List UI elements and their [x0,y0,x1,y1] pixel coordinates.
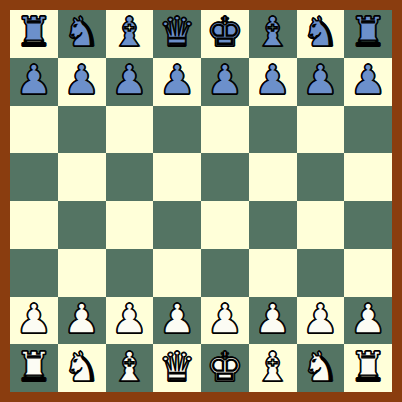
piece-white-rook[interactable]: ♜ [15,347,52,388]
square-b2[interactable]: ♟ [58,297,106,345]
square-a7[interactable]: ♟ [10,58,58,106]
square-b7[interactable]: ♟ [58,58,106,106]
square-e4[interactable] [201,201,249,249]
piece-white-knight[interactable]: ♞ [302,347,339,388]
square-c7[interactable]: ♟ [106,58,154,106]
piece-white-queen[interactable]: ♛ [159,347,196,388]
square-a1[interactable]: ♜ [10,344,58,392]
square-e2[interactable]: ♟ [201,297,249,345]
piece-black-knight[interactable]: ♞ [63,12,100,53]
piece-white-pawn[interactable]: ♟ [63,299,100,340]
piece-white-pawn[interactable]: ♟ [206,299,243,340]
square-a5[interactable] [10,153,58,201]
square-f4[interactable] [249,201,297,249]
chess-board-frame: ♜♞♝♛♚♝♞♜♟♟♟♟♟♟♟♟♟♟♟♟♟♟♟♟♜♞♝♛♚♝♞♜ [0,0,402,402]
square-d6[interactable] [153,106,201,154]
piece-white-pawn[interactable]: ♟ [254,299,291,340]
square-c8[interactable]: ♝ [106,10,154,58]
piece-white-pawn[interactable]: ♟ [302,299,339,340]
square-c1[interactable]: ♝ [106,344,154,392]
piece-white-king[interactable]: ♚ [206,347,243,388]
piece-white-rook[interactable]: ♜ [350,347,387,388]
piece-white-pawn[interactable]: ♟ [159,299,196,340]
square-h3[interactable] [344,249,392,297]
square-c6[interactable] [106,106,154,154]
square-c3[interactable] [106,249,154,297]
square-f5[interactable] [249,153,297,201]
piece-black-bishop[interactable]: ♝ [111,12,148,53]
square-f2[interactable]: ♟ [249,297,297,345]
square-c5[interactable] [106,153,154,201]
piece-black-pawn[interactable]: ♟ [302,60,339,101]
square-d3[interactable] [153,249,201,297]
square-d7[interactable]: ♟ [153,58,201,106]
square-g5[interactable] [297,153,345,201]
square-e8[interactable]: ♚ [201,10,249,58]
square-b5[interactable] [58,153,106,201]
square-b6[interactable] [58,106,106,154]
square-e5[interactable] [201,153,249,201]
square-h6[interactable] [344,106,392,154]
chess-board: ♜♞♝♛♚♝♞♜♟♟♟♟♟♟♟♟♟♟♟♟♟♟♟♟♜♞♝♛♚♝♞♜ [10,10,392,392]
square-f3[interactable] [249,249,297,297]
piece-black-pawn[interactable]: ♟ [254,60,291,101]
square-f1[interactable]: ♝ [249,344,297,392]
piece-black-pawn[interactable]: ♟ [159,60,196,101]
piece-black-bishop[interactable]: ♝ [254,12,291,53]
square-d1[interactable]: ♛ [153,344,201,392]
square-h1[interactable]: ♜ [344,344,392,392]
piece-black-pawn[interactable]: ♟ [111,60,148,101]
square-g8[interactable]: ♞ [297,10,345,58]
square-a4[interactable] [10,201,58,249]
square-e3[interactable] [201,249,249,297]
square-a3[interactable] [10,249,58,297]
piece-white-knight[interactable]: ♞ [63,347,100,388]
square-c2[interactable]: ♟ [106,297,154,345]
square-h8[interactable]: ♜ [344,10,392,58]
square-d5[interactable] [153,153,201,201]
square-b4[interactable] [58,201,106,249]
piece-white-bishop[interactable]: ♝ [111,347,148,388]
square-d2[interactable]: ♟ [153,297,201,345]
piece-black-rook[interactable]: ♜ [350,12,387,53]
piece-black-pawn[interactable]: ♟ [350,60,387,101]
piece-white-bishop[interactable]: ♝ [254,347,291,388]
square-h2[interactable]: ♟ [344,297,392,345]
square-f7[interactable]: ♟ [249,58,297,106]
square-h5[interactable] [344,153,392,201]
square-b1[interactable]: ♞ [58,344,106,392]
square-a2[interactable]: ♟ [10,297,58,345]
square-b8[interactable]: ♞ [58,10,106,58]
piece-black-pawn[interactable]: ♟ [206,60,243,101]
square-a8[interactable]: ♜ [10,10,58,58]
square-g2[interactable]: ♟ [297,297,345,345]
square-h7[interactable]: ♟ [344,58,392,106]
square-g4[interactable] [297,201,345,249]
square-g6[interactable] [297,106,345,154]
piece-black-king[interactable]: ♚ [206,12,243,53]
piece-white-pawn[interactable]: ♟ [15,299,52,340]
square-a6[interactable] [10,106,58,154]
piece-black-pawn[interactable]: ♟ [15,60,52,101]
square-e7[interactable]: ♟ [201,58,249,106]
piece-black-pawn[interactable]: ♟ [63,60,100,101]
square-f8[interactable]: ♝ [249,10,297,58]
piece-white-pawn[interactable]: ♟ [111,299,148,340]
square-g1[interactable]: ♞ [297,344,345,392]
piece-black-knight[interactable]: ♞ [302,12,339,53]
piece-black-queen[interactable]: ♛ [159,12,196,53]
piece-white-pawn[interactable]: ♟ [350,299,387,340]
square-e6[interactable] [201,106,249,154]
square-b3[interactable] [58,249,106,297]
square-f6[interactable] [249,106,297,154]
square-d4[interactable] [153,201,201,249]
square-g7[interactable]: ♟ [297,58,345,106]
square-h4[interactable] [344,201,392,249]
square-g3[interactable] [297,249,345,297]
square-c4[interactable] [106,201,154,249]
piece-black-rook[interactable]: ♜ [15,12,52,53]
square-d8[interactable]: ♛ [153,10,201,58]
square-e1[interactable]: ♚ [201,344,249,392]
